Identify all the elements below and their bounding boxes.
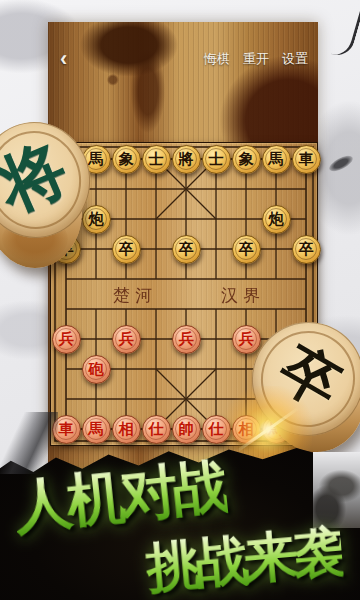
xiangqi-app: ‹ 悔棋 重开 设置 bbox=[0, 0, 360, 600]
piece-炮[interactable]: 炮 bbox=[262, 205, 291, 234]
piece-士[interactable]: 士 bbox=[202, 145, 231, 174]
piece-馬[interactable]: 馬 bbox=[262, 145, 291, 174]
piece-馬[interactable]: 馬 bbox=[82, 415, 111, 444]
top-bar: ‹ 悔棋 重开 设置 bbox=[48, 44, 318, 74]
piece-仕[interactable]: 仕 bbox=[142, 415, 171, 444]
piece-車[interactable]: 車 bbox=[292, 145, 321, 174]
top-menu: 悔棋 重开 设置 bbox=[204, 50, 308, 68]
piece-兵[interactable]: 兵 bbox=[112, 325, 141, 354]
ink-stroke-decoration bbox=[331, 2, 360, 59]
back-button[interactable]: ‹ bbox=[60, 48, 67, 70]
decorative-general-piece: 将 bbox=[0, 124, 90, 270]
piece-帥[interactable]: 帥 bbox=[172, 415, 201, 444]
restart-button[interactable]: 重开 bbox=[243, 50, 269, 68]
piece-象[interactable]: 象 bbox=[112, 145, 141, 174]
piece-相[interactable]: 相 bbox=[112, 415, 141, 444]
piece-face: 卒 bbox=[240, 310, 360, 448]
piece-將[interactable]: 將 bbox=[172, 145, 201, 174]
piece-卒[interactable]: 卒 bbox=[172, 235, 201, 264]
piece-卒[interactable]: 卒 bbox=[232, 235, 261, 264]
piece-仕[interactable]: 仕 bbox=[202, 415, 231, 444]
piece-兵[interactable]: 兵 bbox=[52, 325, 81, 354]
ink-leaf-decoration bbox=[327, 153, 355, 175]
piece-士[interactable]: 士 bbox=[142, 145, 171, 174]
piece-卒[interactable]: 卒 bbox=[112, 235, 141, 264]
settings-button[interactable]: 设置 bbox=[282, 50, 308, 68]
undo-move-button[interactable]: 悔棋 bbox=[204, 50, 230, 68]
piece-砲[interactable]: 砲 bbox=[82, 355, 111, 384]
piece-兵[interactable]: 兵 bbox=[172, 325, 201, 354]
decorative-soldier-piece: 卒 bbox=[248, 326, 360, 456]
piece-卒[interactable]: 卒 bbox=[292, 235, 321, 264]
piece-象[interactable]: 象 bbox=[232, 145, 261, 174]
piece-face: 将 bbox=[0, 113, 99, 246]
